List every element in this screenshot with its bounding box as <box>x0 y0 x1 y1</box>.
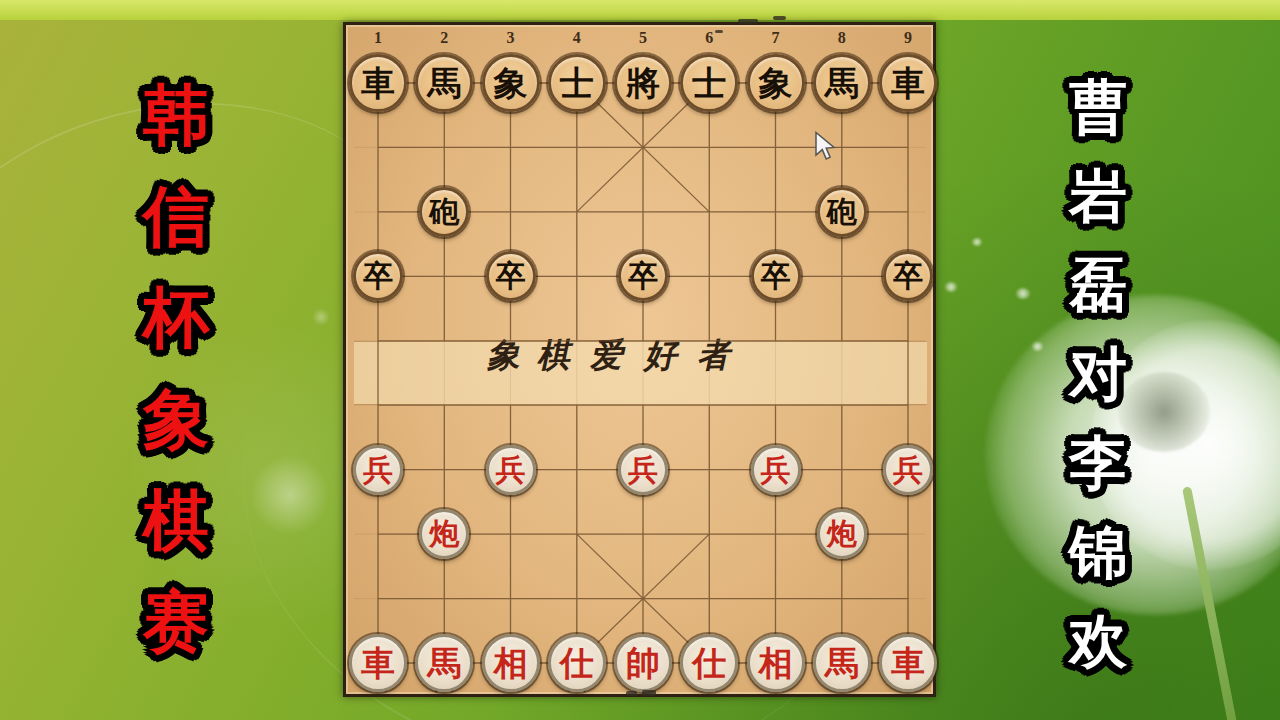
black-piece-卒[interactable]: 卒 <box>751 251 801 301</box>
xiangqi-board[interactable]: 象棋爱好者 123456789 九八七六五四三二一 車馬象士將士象馬車砲砲卒卒卒… <box>343 22 936 697</box>
watermark-fragment <box>738 19 758 24</box>
banner-char: 杯 <box>143 284 209 350</box>
file-number-label: 5 <box>639 29 647 47</box>
black-piece-士[interactable]: 士 <box>680 54 738 112</box>
banner-char: 信 <box>143 183 209 249</box>
black-piece-卒[interactable]: 卒 <box>486 251 536 301</box>
black-piece-馬[interactable]: 馬 <box>813 54 871 112</box>
black-piece-車[interactable]: 車 <box>349 54 407 112</box>
file-number-label: 7 <box>772 29 780 47</box>
left-banner-title: 韩信杯象棋赛 <box>130 82 222 654</box>
red-piece-炮[interactable]: 炮 <box>419 509 469 559</box>
black-piece-卒[interactable]: 卒 <box>353 251 403 301</box>
red-piece-相[interactable]: 相 <box>747 634 805 692</box>
watermark-fragment <box>642 690 656 696</box>
black-piece-砲[interactable]: 砲 <box>817 187 867 237</box>
red-piece-仕[interactable]: 仕 <box>548 634 606 692</box>
red-piece-兵[interactable]: 兵 <box>353 445 403 495</box>
black-piece-卒[interactable]: 卒 <box>883 251 933 301</box>
banner-char: 韩 <box>143 82 209 148</box>
watermark-fragment <box>626 691 637 696</box>
red-piece-車[interactable]: 車 <box>879 634 937 692</box>
top-band <box>0 0 1280 20</box>
file-number-label: 4 <box>573 29 581 47</box>
banner-char: 锦 <box>1069 523 1127 581</box>
red-piece-馬[interactable]: 馬 <box>415 634 473 692</box>
black-piece-砲[interactable]: 砲 <box>419 187 469 237</box>
red-piece-帥[interactable]: 帥 <box>614 634 672 692</box>
black-piece-卒[interactable]: 卒 <box>618 251 668 301</box>
red-piece-兵[interactable]: 兵 <box>618 445 668 495</box>
red-piece-兵[interactable]: 兵 <box>751 445 801 495</box>
red-piece-炮[interactable]: 炮 <box>817 509 867 559</box>
dandelion-seed <box>945 282 957 292</box>
board-grid-lines <box>346 25 933 694</box>
black-piece-象[interactable]: 象 <box>747 54 805 112</box>
file-number-label: 9 <box>904 29 912 47</box>
dandelion-stem <box>1182 486 1239 720</box>
glow-spot <box>312 308 330 326</box>
banner-char: 棋 <box>143 487 209 553</box>
dandelion-seed <box>1016 288 1030 299</box>
banner-char: 岩 <box>1069 167 1127 225</box>
mouse-cursor-icon <box>814 131 836 161</box>
dandelion-seed <box>1032 342 1043 351</box>
banner-char: 欢 <box>1069 612 1127 670</box>
red-piece-相[interactable]: 相 <box>482 634 540 692</box>
file-number-label: 1 <box>374 29 382 47</box>
red-piece-馬[interactable]: 馬 <box>813 634 871 692</box>
black-piece-車[interactable]: 車 <box>879 54 937 112</box>
video-frame: 韩信杯象棋赛 曹岩磊对李锦欢 象棋爱好者 123456789 九八七六五四三二一… <box>0 0 1280 720</box>
file-number-label: 2 <box>440 29 448 47</box>
banner-char: 象 <box>143 386 209 452</box>
dandelion-seed <box>972 238 982 246</box>
file-number-label: 3 <box>507 29 515 47</box>
banner-char: 李 <box>1069 434 1127 492</box>
banner-char: 曹 <box>1069 78 1127 136</box>
black-piece-馬[interactable]: 馬 <box>415 54 473 112</box>
watermark-fragment <box>773 16 786 20</box>
black-piece-象[interactable]: 象 <box>482 54 540 112</box>
banner-char: 对 <box>1069 345 1127 403</box>
right-banner-players: 曹岩磊对李锦欢 <box>1055 78 1141 670</box>
banner-char: 赛 <box>143 588 209 654</box>
black-piece-將[interactable]: 將 <box>614 54 672 112</box>
banner-char: 磊 <box>1069 256 1127 314</box>
red-piece-兵[interactable]: 兵 <box>883 445 933 495</box>
file-number-label: 6 <box>705 29 713 47</box>
red-piece-車[interactable]: 車 <box>349 634 407 692</box>
file-number-label: 8 <box>838 29 846 47</box>
red-piece-兵[interactable]: 兵 <box>486 445 536 495</box>
red-piece-仕[interactable]: 仕 <box>680 634 738 692</box>
black-piece-士[interactable]: 士 <box>548 54 606 112</box>
watermark-fragment <box>715 30 723 33</box>
glow-spot <box>250 455 330 535</box>
